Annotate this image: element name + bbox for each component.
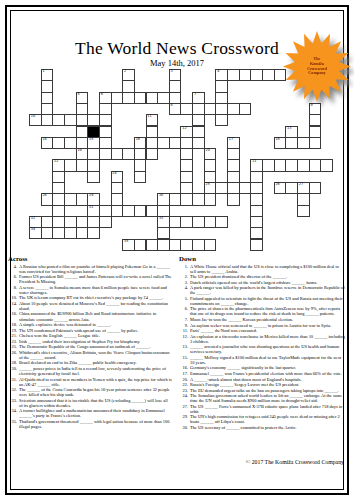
clue-item: 26.Whitbread's chief executive, Alison B… [8,350,172,360]
clue-item: 4.A Russian who posted a film on youtube… [8,264,172,274]
cell-number: 19 [77,149,81,153]
clue-number: 4. [8,264,17,274]
down-column: Down 1.A White House official said that … [179,256,345,431]
clue-item: 28.Brazil declared an end to its Zika __… [8,360,172,365]
clue-text: Chelsea won the English ______ League ti… [19,333,172,338]
clue-text: A Russian who posted a film on youtube o… [19,264,172,274]
cell-number: 24 [112,172,116,176]
cell-number: 34 [31,228,35,232]
cell-number: 4 [217,70,219,74]
clue-number: 6. [179,306,188,316]
clue-item: 9.An asylum seeker was sentenced to ____… [179,323,345,328]
clue-number: 28. [8,360,17,365]
clue-item: 14.About 10 people were detained at Mosc… [8,301,172,311]
clue-text: Paris' ______ du Nord was evacuated. [190,328,345,333]
clue-item: 3.Dutch officials opened one of the worl… [179,280,345,285]
clue-number: 13. [179,344,188,354]
clue-item: 24.The Somalian government asked world l… [179,393,345,403]
clue-text: An asylum seeker was sentenced to ______… [190,323,345,328]
clue-item: 19.The UN condemned Pakistan's widesprea… [8,328,172,333]
clue-item: 20.A ______-attack almost shut down most… [179,377,345,382]
cell-number: 17 [229,138,233,142]
clue-text: The UK telecom company BT cut its chief … [19,295,172,300]
clue-item: 30.______ power prices in India fell to … [8,366,172,376]
clue-text: ______ McIlroy signed a $100 million dea… [190,355,345,365]
cell-number: 21 [252,160,256,164]
grid-cell[interactable] [99,216,112,228]
clue-number: 6. [8,274,17,284]
across-list: 4.A Russian who posted a film on youtube… [8,264,172,429]
clue-item: 16.China announced the $US900 billion Be… [8,311,172,321]
clue-item: 23.Irish ______ ended their investigatio… [8,339,172,344]
crossword-grid: 1234567891011121314151617181920222124252… [29,69,345,251]
cell-number: 5 [77,93,79,97]
clue-text: Finland appealed to scientists to fight … [190,296,345,306]
clue-number: 5. [179,296,188,306]
grid-cell[interactable] [297,205,310,217]
grid-cell[interactable] [134,171,147,183]
clue-item: 25.The Democratic Republic of the Congo … [8,344,172,349]
clue-item: 23.The EU demanded urgent talks on the b… [179,388,345,393]
clue-text: About 10 people were detained at Moscow'… [19,301,172,311]
cell-number: 30 [159,194,163,198]
crossword-page: The World News Crossword May 14th, 2017 … [0,0,354,500]
clue-text: Scientists announced that it is inevitab… [19,398,172,408]
clue-text: Emmanuel ______ won France's presidentia… [190,371,345,376]
clue-number: 24. [179,393,188,403]
clue-item: 21.Chelsea won the English ______ League… [8,333,172,338]
clue-item: 32.The ______ of the Costa Concordia beg… [8,387,172,397]
clue-number: 22. [179,382,188,387]
cell-number: 25 [206,183,210,187]
cell-number: 7 [194,93,196,97]
cell-number: 20 [206,149,210,153]
grid-cell[interactable] [87,227,100,239]
clue-number: 14. [8,301,17,311]
clue-text: Germany's economy ______ significantly i… [190,365,345,370]
clue-number: 30. [8,366,17,376]
grid-cell[interactable] [320,159,333,171]
clue-number: 17. [179,371,188,376]
cell-number: 8 [171,104,173,108]
clue-text: A former bullfighter and a mathematician… [19,408,172,418]
clue-item: 5.Finland appealed to scientists to figh… [179,296,345,306]
clue-number: 16. [179,365,188,370]
clue-item: 4.A park ranger was killed by poachers i… [179,285,345,295]
clue-text: Moon Jae-in won the ______ Korean presid… [190,317,345,322]
clue-item: 7.Moon Jae-in won the ______ Korean pres… [179,317,345,322]
grid-cell[interactable] [87,171,100,183]
grid-cell[interactable] [309,182,322,194]
clue-item: 17.Emmanuel ______ won France's presiden… [179,371,345,376]
clue-item: 33.Scientists announced that it is inevi… [8,398,172,408]
clue-text: Irish ______ ended their investigation o… [19,339,172,344]
clue-number: 26. [8,350,17,360]
cell-number: 13 [287,127,291,131]
clue-item: 31.Al-Qaida tried to recruit new members… [8,377,172,387]
across-column: Across 4.A Russian who posted a film on … [8,256,172,430]
cell-number: 26 [275,183,279,187]
cell-number: 35 [124,240,128,244]
clue-number: 11. [179,328,188,333]
cell-number: 28 [42,194,46,198]
clue-item: 13.______ arrested a journalist who was … [179,344,345,354]
clue-item: 22.Russia's Foreign ______ Sergey Lavrov… [179,382,345,387]
clue-text: A severe ______ in Somalia means more th… [19,285,172,295]
clue-item: 30.The US secretary of ______ committed … [179,425,345,430]
clue-number: 2. [179,274,188,279]
clue-text: Brazil declared an end to its Zika _____… [19,360,172,365]
clue-item: 6.Former US president Bill ______ and Ja… [8,274,172,284]
clue-text: A park ranger was killed by poachers in … [190,285,345,295]
cell-number: 1 [42,70,44,74]
clue-item: 27.The US ______ Force's unmanned X-37B … [179,404,345,414]
grid-cell[interactable] [309,137,322,149]
cell-number: 11 [147,115,151,119]
clue-number: 27. [179,404,188,414]
clue-text: The US president dismissed the director … [190,274,345,279]
clue-item: 16.Germany's economy ______ significantl… [179,365,345,370]
clue-text: Dutch officials opened one of the world'… [190,280,345,285]
clue-text: A ______-attack almost shut down most of… [190,377,345,382]
clue-item: 18.A simple explosive device was detonat… [8,322,172,327]
clue-number: 33. [8,398,17,408]
clue-number: 8. [8,285,17,295]
cell-number: 33 [159,217,163,221]
clue-text: Thailand's government threatened ______ … [19,419,172,429]
clue-text: The Democratic Republic of the Congo ann… [19,344,172,349]
clue-number: 10. [8,295,17,300]
grid-cell[interactable] [215,114,228,126]
clue-number: 21. [8,333,17,338]
clue-number: 29. [179,414,188,424]
clue-number: 30. [179,425,188,430]
clue-number: 34. [8,408,17,418]
cell-number: 9 [310,104,312,108]
clue-text: The ______ of the Costa Concordia began … [19,387,172,397]
down-heading: Down [179,256,345,261]
clue-item: 6.The price of shares in the pharmaceuti… [179,306,345,316]
clue-text: The price of shares in the pharmaceutica… [190,306,345,316]
clue-number: 32. [8,387,17,397]
clue-number: 19. [8,328,17,333]
grid-cell[interactable] [204,193,217,205]
clue-number: 23. [8,339,17,344]
clue-number: 18. [8,322,17,327]
cell-number: 14 [42,138,46,142]
clue-item: 2.The US president dismissed the directo… [179,274,345,279]
cell-number: 12 [182,127,186,131]
clue-item: 12.An explosion at a fireworks warehouse… [179,334,345,344]
clue-item: 29.The UN's high commission for refugees… [179,414,345,424]
cell-number: 18 [275,138,279,142]
clue-text: The US ______ Force's unmanned X-37B rob… [190,404,345,414]
cell-number: 10 [31,115,35,119]
grid-cell[interactable] [227,193,240,205]
grid-cell[interactable] [274,69,287,81]
clue-text: The US secretary of ______ committed to … [190,425,345,430]
cell-number: 6 [101,93,103,97]
clue-number: 35. [8,419,17,429]
clue-item: 8.A severe ______ in Somalia means more … [8,285,172,295]
cell-number: 2 [124,70,126,74]
copyright-text: © 2017 The Komiža Crossword Company [246,459,344,465]
clue-text: ______ arrested a journalist who was sho… [190,344,345,354]
clue-text: ______ power prices in India fell to a r… [19,366,172,376]
clue-number: 12. [179,334,188,344]
clue-text: Russia's Foreign ______ Sergey Lavrov me… [190,382,345,387]
cell-number: 32 [31,217,35,221]
clue-text: A White House official said that the US … [190,264,345,274]
clue-number: 4. [179,285,188,295]
grid-cell[interactable] [239,103,252,115]
clue-text: The UN condemned Pakistan's widespread u… [19,328,172,333]
clue-text: The Somalian government asked world lead… [190,393,345,403]
cell-number: 22 [54,160,58,164]
clue-number: 1. [179,264,188,274]
clue-number: 20. [179,377,188,382]
clue-item: 10.The UK telecom company BT cut its chi… [8,295,172,300]
clue-number: 7. [179,317,188,322]
clue-item: 15.______ McIlroy signed a $100 million … [179,355,345,365]
clue-text: Whitbread's chief executive, Alison Brit… [19,350,172,360]
clue-text: A simple explosive device was detonated … [19,322,172,327]
clue-text: Al-Qaida tried to recruit new members in… [19,377,172,387]
cell-number: 31 [89,206,93,210]
clue-item: 35.Thailand's government threatened ____… [8,419,172,429]
clue-number: 23. [179,388,188,393]
across-heading: Across [8,256,172,261]
clue-text: China announced the $US900 billion Belt … [19,311,172,321]
clue-text: The EU demanded urgent talks on the ban … [190,388,345,393]
grid-cell[interactable] [146,148,159,160]
cell-number: 29 [89,194,93,198]
clue-item: 34.A former bullfighter and a mathematic… [8,408,172,418]
clue-number: 15. [179,355,188,365]
clue-number: 16. [8,311,17,321]
clue-text: The UN's high commission for refugees sa… [190,414,345,424]
clue-number: 3. [179,280,188,285]
cell-number: 15 [89,138,93,142]
clue-text: An explosion at a fireworks warehouse in… [190,334,345,344]
down-list: 1.A White House official said that the U… [179,264,345,430]
cell-number: 16 [136,138,140,142]
grid-cell[interactable] [215,216,228,228]
clue-text: Former US president Bill ______ and Jame… [19,274,172,284]
clue-number: 31. [8,377,17,387]
clue-item: 1.A White House official said that the U… [179,264,345,274]
cell-number: 27 [299,183,303,187]
cell-number: 3 [171,70,173,74]
grid-cell[interactable] [250,239,263,251]
clue-number: 9. [179,323,188,328]
grid-cell[interactable] [204,239,217,251]
clue-number: 25. [8,344,17,349]
clue-item: 11.Paris' ______ du Nord was evacuated. [179,328,345,333]
